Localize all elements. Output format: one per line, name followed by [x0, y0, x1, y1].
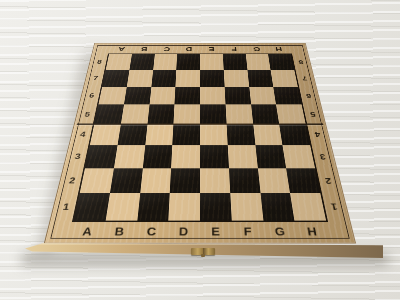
- file-label: H: [295, 223, 330, 238]
- square-a1: [74, 193, 110, 220]
- square-b2: [110, 168, 143, 193]
- square-e5: [200, 105, 226, 124]
- square-e6: [200, 87, 225, 105]
- square-d5: [174, 105, 200, 124]
- square-c8: [153, 54, 177, 70]
- square-a6: [98, 87, 126, 105]
- square-d2: [170, 168, 200, 193]
- square-g8: [245, 54, 270, 70]
- square-e4: [200, 124, 228, 145]
- latch-pin: [201, 254, 205, 257]
- square-a3: [85, 145, 117, 168]
- square-d6: [175, 87, 200, 105]
- square-g5: [251, 105, 279, 124]
- square-c1: [137, 193, 170, 220]
- square-d3: [171, 145, 200, 168]
- square-f2: [229, 168, 260, 193]
- square-g3: [255, 145, 286, 168]
- square-d4: [172, 124, 200, 145]
- square-g6: [249, 87, 276, 105]
- square-h4: [279, 124, 310, 145]
- square-f4: [226, 124, 255, 145]
- latch-clasp: [191, 248, 215, 255]
- square-h8: [268, 54, 294, 70]
- file-label: E: [200, 46, 223, 53]
- square-a4: [90, 124, 121, 145]
- square-d8: [176, 54, 200, 70]
- square-b4: [117, 124, 147, 145]
- square-a2: [80, 168, 114, 193]
- square-a8: [106, 54, 132, 70]
- square-f6: [224, 87, 250, 105]
- board-grid: [72, 54, 328, 223]
- square-e3: [200, 145, 229, 168]
- square-c4: [145, 124, 174, 145]
- square-b6: [124, 87, 151, 105]
- square-g2: [258, 168, 291, 193]
- file-labels-top: ABCDEFGH: [109, 46, 290, 53]
- file-label: A: [70, 223, 105, 238]
- file-label: F: [232, 223, 265, 238]
- square-h2: [286, 168, 320, 193]
- file-label: A: [109, 46, 133, 53]
- file-label: C: [135, 223, 168, 238]
- square-b3: [114, 145, 145, 168]
- square-f3: [228, 145, 258, 168]
- square-g1: [260, 193, 294, 220]
- file-labels-bottom: ABCDEFGH: [70, 223, 330, 238]
- square-h1: [290, 193, 326, 220]
- square-f7: [224, 70, 249, 87]
- square-e1: [200, 193, 232, 220]
- square-a5: [94, 105, 124, 124]
- square-f8: [223, 54, 247, 70]
- square-d7: [176, 70, 200, 87]
- square-h7: [271, 70, 298, 87]
- file-label: G: [245, 46, 268, 53]
- square-g7: [247, 70, 273, 87]
- rank-label: 8: [293, 54, 308, 70]
- square-h3: [283, 145, 315, 168]
- file-label: C: [155, 46, 178, 53]
- square-e2: [200, 168, 230, 193]
- file-label: E: [200, 223, 232, 238]
- square-c3: [142, 145, 172, 168]
- file-label: H: [267, 46, 291, 53]
- square-b8: [129, 54, 154, 70]
- square-c6: [149, 87, 175, 105]
- square-a7: [102, 70, 129, 87]
- table-surface: ABCDEFGH ABCDEFGH 87654321 87654321: [0, 0, 400, 300]
- square-b1: [105, 193, 139, 220]
- square-b7: [127, 70, 153, 87]
- board-3d-wrapper: ABCDEFGH ABCDEFGH 87654321 87654321: [44, 43, 356, 243]
- file-label: F: [222, 46, 245, 53]
- square-d1: [168, 193, 200, 220]
- fold-seam: [77, 123, 324, 124]
- square-e8: [200, 54, 224, 70]
- file-label: D: [168, 223, 200, 238]
- file-label: B: [103, 223, 137, 238]
- square-f1: [230, 193, 263, 220]
- chess-board: ABCDEFGH ABCDEFGH 87654321 87654321: [44, 43, 356, 243]
- file-label: G: [263, 223, 297, 238]
- square-b5: [121, 105, 149, 124]
- square-h6: [273, 87, 301, 105]
- square-g4: [253, 124, 283, 145]
- square-c7: [151, 70, 176, 87]
- square-f5: [225, 105, 252, 124]
- square-c2: [140, 168, 171, 193]
- square-c5: [147, 105, 174, 124]
- file-label: B: [132, 46, 155, 53]
- square-h5: [276, 105, 306, 124]
- file-label: D: [177, 46, 200, 53]
- rank-label: 7: [296, 70, 312, 87]
- square-e7: [200, 70, 224, 87]
